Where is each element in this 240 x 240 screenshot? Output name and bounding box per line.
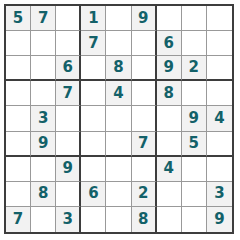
cell-r2c1[interactable] <box>6 31 31 56</box>
cell-r2c8[interactable] <box>182 31 207 56</box>
cell-r4c5: 4 <box>106 81 131 106</box>
cell-r2c6[interactable] <box>132 31 157 56</box>
cell-r6c6: 7 <box>132 132 157 157</box>
cell-r1c6: 9 <box>132 6 157 31</box>
cell-r7c3: 9 <box>56 157 81 182</box>
cell-r5c8: 9 <box>182 106 207 131</box>
cell-r6c9[interactable] <box>207 132 232 157</box>
cell-r4c9[interactable] <box>207 81 232 106</box>
sudoku-board: 57197668927483949759486237389 <box>4 4 234 234</box>
cell-r5c4[interactable] <box>81 106 106 131</box>
cell-r9c3: 3 <box>56 207 81 232</box>
cell-r1c4: 1 <box>81 6 106 31</box>
cell-r2c3[interactable] <box>56 31 81 56</box>
cell-r5c6[interactable] <box>132 106 157 131</box>
cell-r1c9[interactable] <box>207 6 232 31</box>
cell-r6c4[interactable] <box>81 132 106 157</box>
cell-r3c7: 9 <box>157 56 182 81</box>
cell-r7c8[interactable] <box>182 157 207 182</box>
cell-r3c1[interactable] <box>6 56 31 81</box>
cell-r5c9: 4 <box>207 106 232 131</box>
cell-r8c4: 6 <box>81 182 106 207</box>
cell-r8c2: 8 <box>31 182 56 207</box>
cell-r9c1: 7 <box>6 207 31 232</box>
cell-r6c7[interactable] <box>157 132 182 157</box>
cell-r3c5: 8 <box>106 56 131 81</box>
cell-r1c8[interactable] <box>182 6 207 31</box>
cell-r5c7[interactable] <box>157 106 182 131</box>
cell-r1c1: 5 <box>6 6 31 31</box>
cell-r9c7[interactable] <box>157 207 182 232</box>
cell-r2c4: 7 <box>81 31 106 56</box>
cell-r8c7[interactable] <box>157 182 182 207</box>
cell-r2c5[interactable] <box>106 31 131 56</box>
cell-r5c2: 3 <box>31 106 56 131</box>
cell-r8c8[interactable] <box>182 182 207 207</box>
cell-r9c5[interactable] <box>106 207 131 232</box>
cell-r5c1[interactable] <box>6 106 31 131</box>
cell-r7c5[interactable] <box>106 157 131 182</box>
cell-r7c7: 4 <box>157 157 182 182</box>
cell-r4c1[interactable] <box>6 81 31 106</box>
cell-r9c2[interactable] <box>31 207 56 232</box>
cell-r3c2[interactable] <box>31 56 56 81</box>
cell-r8c5[interactable] <box>106 182 131 207</box>
cell-r6c2: 9 <box>31 132 56 157</box>
cell-r3c4[interactable] <box>81 56 106 81</box>
cell-r6c5[interactable] <box>106 132 131 157</box>
cell-r4c8[interactable] <box>182 81 207 106</box>
cell-r4c6[interactable] <box>132 81 157 106</box>
cell-r1c5[interactable] <box>106 6 131 31</box>
cell-r8c9: 3 <box>207 182 232 207</box>
cell-r4c4[interactable] <box>81 81 106 106</box>
cell-r7c9[interactable] <box>207 157 232 182</box>
cell-r4c2[interactable] <box>31 81 56 106</box>
cell-r8c3[interactable] <box>56 182 81 207</box>
cell-r3c9[interactable] <box>207 56 232 81</box>
cell-r7c1[interactable] <box>6 157 31 182</box>
cell-r4c3: 7 <box>56 81 81 106</box>
cell-r5c3[interactable] <box>56 106 81 131</box>
cell-r5c5[interactable] <box>106 106 131 131</box>
cell-r1c3[interactable] <box>56 6 81 31</box>
cell-r7c6[interactable] <box>132 157 157 182</box>
cell-r9c8[interactable] <box>182 207 207 232</box>
cell-r3c3: 6 <box>56 56 81 81</box>
cell-r2c7: 6 <box>157 31 182 56</box>
cell-r3c6[interactable] <box>132 56 157 81</box>
cell-r6c8: 5 <box>182 132 207 157</box>
cell-r9c6: 8 <box>132 207 157 232</box>
cell-r3c8: 2 <box>182 56 207 81</box>
cell-r2c9[interactable] <box>207 31 232 56</box>
cell-r7c2[interactable] <box>31 157 56 182</box>
cell-r8c6: 2 <box>132 182 157 207</box>
cell-r4c7: 8 <box>157 81 182 106</box>
cell-r6c3[interactable] <box>56 132 81 157</box>
cell-r6c1[interactable] <box>6 132 31 157</box>
cell-r1c2: 7 <box>31 6 56 31</box>
cell-r2c2[interactable] <box>31 31 56 56</box>
cell-r9c9: 9 <box>207 207 232 232</box>
cell-r7c4[interactable] <box>81 157 106 182</box>
cell-r1c7[interactable] <box>157 6 182 31</box>
cell-r8c1[interactable] <box>6 182 31 207</box>
cell-r9c4[interactable] <box>81 207 106 232</box>
sudoku-board-area: 57197668927483949759486237389 <box>4 4 234 234</box>
